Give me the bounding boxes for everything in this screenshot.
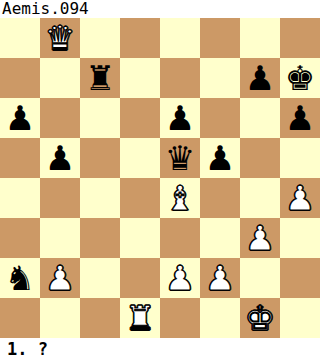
black-pawn-b5: ♟ (45, 141, 75, 175)
square-b5[interactable]: ♟ (40, 138, 80, 178)
white-king-g1: ♚ (245, 301, 275, 335)
black-pawn-f5: ♟ (205, 141, 235, 175)
square-f6[interactable] (200, 98, 240, 138)
square-a7[interactable] (0, 58, 40, 98)
square-c4[interactable] (80, 178, 120, 218)
square-c2[interactable] (80, 258, 120, 298)
square-d1[interactable]: ♜ (120, 298, 160, 338)
square-d6[interactable] (120, 98, 160, 138)
square-h6[interactable]: ♟ (280, 98, 320, 138)
puzzle-title: Aemis.094 (2, 0, 89, 18)
square-g8[interactable] (240, 18, 280, 58)
black-pawn-a6: ♟ (5, 101, 35, 135)
square-c1[interactable] (80, 298, 120, 338)
square-a2[interactable]: ♞ (0, 258, 40, 298)
square-e4[interactable]: ♝ (160, 178, 200, 218)
square-h2[interactable] (280, 258, 320, 298)
square-a4[interactable] (0, 178, 40, 218)
square-a3[interactable] (0, 218, 40, 258)
square-g3[interactable]: ♟ (240, 218, 280, 258)
square-g5[interactable] (240, 138, 280, 178)
square-e6[interactable]: ♟ (160, 98, 200, 138)
square-a5[interactable] (0, 138, 40, 178)
diagram-page: Aemis.094 ♛♜♟♚♟♟♟♟♛♟♝♟♟♞♟♟♟♜♚ 1. ? (0, 0, 320, 360)
white-rook-d1: ♜ (125, 301, 155, 335)
square-b8[interactable]: ♛ (40, 18, 80, 58)
square-d8[interactable] (120, 18, 160, 58)
chess-board: ♛♜♟♚♟♟♟♟♛♟♝♟♟♞♟♟♟♜♚ (0, 18, 320, 338)
black-pawn-g7: ♟ (245, 61, 275, 95)
square-e5[interactable]: ♛ (160, 138, 200, 178)
black-knight-a2: ♞ (5, 261, 35, 295)
move-prompt: 1. ? (7, 339, 48, 359)
square-e8[interactable] (160, 18, 200, 58)
square-g7[interactable]: ♟ (240, 58, 280, 98)
white-bishop-e4: ♝ (165, 181, 195, 215)
square-d3[interactable] (120, 218, 160, 258)
square-g4[interactable] (240, 178, 280, 218)
square-b7[interactable] (40, 58, 80, 98)
square-f5[interactable]: ♟ (200, 138, 240, 178)
black-king-h7: ♚ (285, 61, 315, 95)
square-b4[interactable] (40, 178, 80, 218)
square-e7[interactable] (160, 58, 200, 98)
square-b6[interactable] (40, 98, 80, 138)
square-d7[interactable] (120, 58, 160, 98)
square-f2[interactable]: ♟ (200, 258, 240, 298)
black-queen-e5: ♛ (165, 141, 195, 175)
square-c7[interactable]: ♜ (80, 58, 120, 98)
square-h5[interactable] (280, 138, 320, 178)
square-h1[interactable] (280, 298, 320, 338)
square-b1[interactable] (40, 298, 80, 338)
square-f4[interactable] (200, 178, 240, 218)
square-f3[interactable] (200, 218, 240, 258)
square-d2[interactable] (120, 258, 160, 298)
square-a6[interactable]: ♟ (0, 98, 40, 138)
square-b2[interactable]: ♟ (40, 258, 80, 298)
white-pawn-b2: ♟ (45, 261, 75, 295)
square-f1[interactable] (200, 298, 240, 338)
square-h7[interactable]: ♚ (280, 58, 320, 98)
square-e3[interactable] (160, 218, 200, 258)
white-pawn-g3: ♟ (245, 221, 275, 255)
black-pawn-h6: ♟ (285, 101, 315, 135)
square-e1[interactable] (160, 298, 200, 338)
white-pawn-f2: ♟ (205, 261, 235, 295)
square-e2[interactable]: ♟ (160, 258, 200, 298)
square-b3[interactable] (40, 218, 80, 258)
white-queen-b8: ♛ (45, 21, 75, 55)
white-pawn-h4: ♟ (285, 181, 315, 215)
square-c6[interactable] (80, 98, 120, 138)
black-pawn-e6: ♟ (165, 101, 195, 135)
square-c3[interactable] (80, 218, 120, 258)
footer-bar: 1. ? (0, 338, 320, 360)
square-a1[interactable] (0, 298, 40, 338)
square-h8[interactable] (280, 18, 320, 58)
square-d5[interactable] (120, 138, 160, 178)
black-rook-c7: ♜ (85, 61, 115, 95)
title-bar: Aemis.094 (0, 0, 320, 18)
square-f8[interactable] (200, 18, 240, 58)
square-h3[interactable] (280, 218, 320, 258)
square-g2[interactable] (240, 258, 280, 298)
square-c5[interactable] (80, 138, 120, 178)
square-c8[interactable] (80, 18, 120, 58)
white-pawn-e2: ♟ (165, 261, 195, 295)
square-f7[interactable] (200, 58, 240, 98)
square-a8[interactable] (0, 18, 40, 58)
square-d4[interactable] (120, 178, 160, 218)
square-g1[interactable]: ♚ (240, 298, 280, 338)
square-g6[interactable] (240, 98, 280, 138)
square-h4[interactable]: ♟ (280, 178, 320, 218)
